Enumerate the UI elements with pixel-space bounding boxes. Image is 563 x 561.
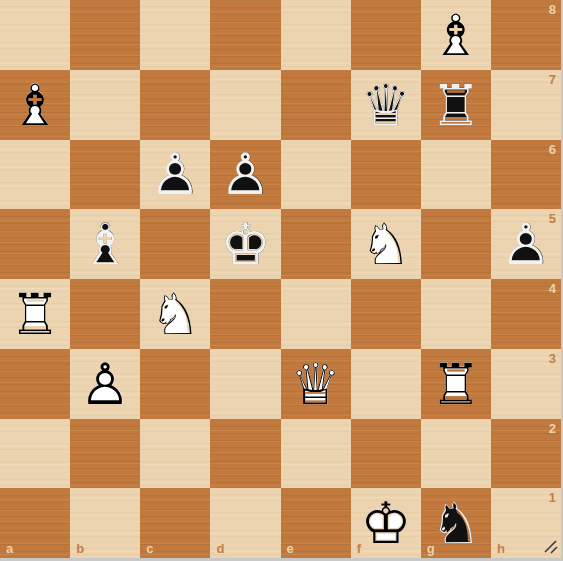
chess-board: ♝♗8♝♗♛♕♜♖7♟︎♙︎♟︎♙︎6♝♗♚♔♞♘♟︎♙︎5♜♖♞♘4♟︎♙︎♛… [0, 0, 561, 558]
piece-white-knight-f5[interactable]: ♞♘ [351, 209, 421, 279]
rank-label-6: 6 [549, 143, 556, 156]
square-e7[interactable] [281, 70, 351, 140]
square-g5[interactable] [421, 209, 491, 279]
piece-black-pawn-c6[interactable]: ♟︎♙︎ [140, 140, 210, 210]
black-pawn-outline: ♙︎ [220, 146, 271, 203]
piece-white-rook-a4[interactable]: ♜♖ [0, 279, 70, 349]
square-a8[interactable] [0, 0, 70, 70]
white-queen-outline: ♕ [290, 355, 341, 412]
square-b8[interactable] [70, 0, 140, 70]
black-queen-outline: ♕ [360, 76, 411, 133]
piece-white-pawn-b3[interactable]: ♟︎♙︎ [70, 349, 140, 419]
square-d7[interactable] [210, 70, 280, 140]
square-b4[interactable] [70, 279, 140, 349]
square-h4[interactable]: 4 [491, 279, 561, 349]
piece-black-pawn-h5[interactable]: ♟︎♙︎ [491, 209, 561, 279]
piece-black-king-d5[interactable]: ♚♔ [210, 209, 280, 279]
white-rook-outline: ♖ [430, 355, 481, 412]
rank-label-1: 1 [549, 491, 556, 504]
rank-label-3: 3 [549, 352, 556, 365]
square-a5[interactable] [0, 209, 70, 279]
white-pawn-outline: ♙︎ [80, 355, 131, 412]
square-g8[interactable]: ♝♗ [421, 0, 491, 70]
square-g1[interactable]: ♞♘g [421, 488, 491, 558]
square-g2[interactable] [421, 419, 491, 489]
square-b6[interactable] [70, 140, 140, 210]
square-h2[interactable]: 2 [491, 419, 561, 489]
piece-white-king-f1[interactable]: ♚♔ [351, 488, 421, 558]
square-h6[interactable]: 6 [491, 140, 561, 210]
piece-white-knight-c4[interactable]: ♞♘ [140, 279, 210, 349]
square-a7[interactable]: ♝♗ [0, 70, 70, 140]
square-e8[interactable] [281, 0, 351, 70]
black-bishop-outline: ♗ [80, 216, 131, 273]
piece-black-pawn-d6[interactable]: ♟︎♙︎ [210, 140, 280, 210]
square-g4[interactable] [421, 279, 491, 349]
square-c8[interactable] [140, 0, 210, 70]
square-g7[interactable]: ♜♖ [421, 70, 491, 140]
piece-black-rook-g7[interactable]: ♜♖ [421, 70, 491, 140]
piece-black-bishop-b5[interactable]: ♝♗ [70, 209, 140, 279]
resize-handle-icon[interactable] [543, 539, 559, 555]
white-rook-outline: ♖ [10, 285, 61, 342]
square-a3[interactable] [0, 349, 70, 419]
square-f5[interactable]: ♞♘ [351, 209, 421, 279]
square-b1[interactable]: b [70, 488, 140, 558]
square-e6[interactable] [281, 140, 351, 210]
file-label-b: b [76, 542, 84, 555]
square-f4[interactable] [351, 279, 421, 349]
square-d4[interactable] [210, 279, 280, 349]
black-pawn-outline: ♙︎ [500, 216, 551, 273]
square-e4[interactable] [281, 279, 351, 349]
black-knight-outline: ♘ [430, 495, 481, 552]
piece-black-queen-f7[interactable]: ♛♕ [351, 70, 421, 140]
square-g3[interactable]: ♜♖ [421, 349, 491, 419]
square-e2[interactable] [281, 419, 351, 489]
square-a2[interactable] [0, 419, 70, 489]
rank-label-7: 7 [549, 73, 556, 86]
square-h5[interactable]: ♟︎♙︎5 [491, 209, 561, 279]
square-h8[interactable]: 8 [491, 0, 561, 70]
square-b3[interactable]: ♟︎♙︎ [70, 349, 140, 419]
square-d1[interactable]: d [210, 488, 280, 558]
square-h3[interactable]: 3 [491, 349, 561, 419]
square-f7[interactable]: ♛♕ [351, 70, 421, 140]
white-knight-outline: ♘ [360, 216, 411, 273]
rank-label-8: 8 [549, 3, 556, 16]
square-d2[interactable] [210, 419, 280, 489]
square-f8[interactable] [351, 0, 421, 70]
square-b5[interactable]: ♝♗ [70, 209, 140, 279]
piece-white-rook-g3[interactable]: ♜♖ [421, 349, 491, 419]
square-c3[interactable] [140, 349, 210, 419]
square-d6[interactable]: ♟︎♙︎ [210, 140, 280, 210]
white-bishop-outline: ♗ [430, 6, 481, 63]
black-rook-outline: ♖ [430, 76, 481, 133]
square-f3[interactable] [351, 349, 421, 419]
file-label-h: h [497, 542, 505, 555]
square-e1[interactable]: e [281, 488, 351, 558]
square-f1[interactable]: ♚♔f [351, 488, 421, 558]
piece-white-queen-e3[interactable]: ♛♕ [281, 349, 351, 419]
square-c2[interactable] [140, 419, 210, 489]
square-d3[interactable] [210, 349, 280, 419]
square-f6[interactable] [351, 140, 421, 210]
white-king-outline: ♔ [360, 495, 411, 552]
square-g6[interactable] [421, 140, 491, 210]
rank-label-2: 2 [549, 422, 556, 435]
square-c5[interactable] [140, 209, 210, 279]
file-label-d: d [216, 542, 224, 555]
piece-white-bishop-g8[interactable]: ♝♗ [421, 0, 491, 70]
square-a6[interactable] [0, 140, 70, 210]
square-c7[interactable] [140, 70, 210, 140]
square-h7[interactable]: 7 [491, 70, 561, 140]
file-label-c: c [146, 542, 153, 555]
page: ♝♗8♝♗♛♕♜♖7♟︎♙︎♟︎♙︎6♝♗♚♔♞♘♟︎♙︎5♜♖♞♘4♟︎♙︎♛… [0, 0, 563, 561]
white-knight-outline: ♘ [150, 285, 201, 342]
piece-white-bishop-a7[interactable]: ♝♗ [0, 70, 70, 140]
square-a1[interactable]: a [0, 488, 70, 558]
rank-label-4: 4 [549, 282, 556, 295]
piece-black-knight-g1[interactable]: ♞♘ [421, 488, 491, 558]
white-bishop-outline: ♗ [10, 76, 61, 133]
file-label-a: a [6, 542, 13, 555]
square-d8[interactable] [210, 0, 280, 70]
square-f2[interactable] [351, 419, 421, 489]
square-e3[interactable]: ♛♕ [281, 349, 351, 419]
square-c4[interactable]: ♞♘ [140, 279, 210, 349]
square-c6[interactable]: ♟︎♙︎ [140, 140, 210, 210]
square-d5[interactable]: ♚♔ [210, 209, 280, 279]
file-label-e: e [287, 542, 294, 555]
black-pawn-outline: ♙︎ [150, 146, 201, 203]
square-b2[interactable] [70, 419, 140, 489]
square-e5[interactable] [281, 209, 351, 279]
square-a4[interactable]: ♜♖ [0, 279, 70, 349]
square-c1[interactable]: c [140, 488, 210, 558]
black-king-outline: ♔ [220, 216, 271, 273]
square-b7[interactable] [70, 70, 140, 140]
